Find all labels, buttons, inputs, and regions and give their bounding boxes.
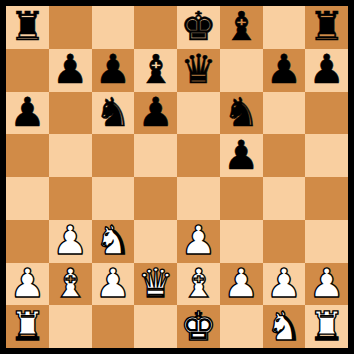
square-b6[interactable] — [49, 92, 92, 135]
square-f2[interactable]: ♟ — [220, 263, 263, 306]
square-h8[interactable]: ♜ — [305, 6, 348, 49]
square-c7[interactable]: ♟ — [92, 49, 135, 92]
square-g4[interactable] — [263, 177, 306, 220]
square-d7[interactable]: ♝ — [134, 49, 177, 92]
square-g2[interactable]: ♟ — [263, 263, 306, 306]
piece-black-pawn[interactable]: ♟ — [309, 49, 345, 89]
piece-black-pawn[interactable]: ♟ — [52, 49, 88, 89]
square-a7[interactable] — [6, 49, 49, 92]
square-g6[interactable] — [263, 92, 306, 135]
square-a3[interactable] — [6, 220, 49, 263]
square-h2[interactable]: ♟ — [305, 263, 348, 306]
square-a6[interactable]: ♟ — [6, 92, 49, 135]
square-a8[interactable]: ♜ — [6, 6, 49, 49]
square-b2[interactable]: ♝ — [49, 263, 92, 306]
piece-black-pawn[interactable]: ♟ — [223, 135, 259, 175]
piece-white-king[interactable]: ♚ — [180, 306, 216, 346]
piece-black-king[interactable]: ♚ — [180, 6, 216, 46]
piece-black-pawn[interactable]: ♟ — [266, 49, 302, 89]
square-d6[interactable]: ♟ — [134, 92, 177, 135]
square-h6[interactable] — [305, 92, 348, 135]
square-b8[interactable] — [49, 6, 92, 49]
piece-white-knight[interactable]: ♞ — [266, 306, 302, 346]
square-e3[interactable]: ♟ — [177, 220, 220, 263]
square-g8[interactable] — [263, 6, 306, 49]
square-d3[interactable] — [134, 220, 177, 263]
square-f1[interactable] — [220, 305, 263, 348]
square-h5[interactable] — [305, 134, 348, 177]
square-b1[interactable] — [49, 305, 92, 348]
square-h1[interactable]: ♜ — [305, 305, 348, 348]
board-frame: ♜♚♝♜♟♟♝♛♟♟♟♞♟♞♟♟♞♟♟♝♟♛♝♟♟♟♜♚♞♜ — [0, 0, 354, 354]
square-a2[interactable]: ♟ — [6, 263, 49, 306]
piece-black-bishop[interactable]: ♝ — [138, 49, 174, 89]
square-c1[interactable] — [92, 305, 135, 348]
piece-white-pawn[interactable]: ♟ — [309, 263, 345, 303]
square-c5[interactable] — [92, 134, 135, 177]
square-b5[interactable] — [49, 134, 92, 177]
piece-black-queen[interactable]: ♛ — [180, 49, 216, 89]
square-a1[interactable]: ♜ — [6, 305, 49, 348]
square-e5[interactable] — [177, 134, 220, 177]
square-e2[interactable]: ♝ — [177, 263, 220, 306]
square-h7[interactable]: ♟ — [305, 49, 348, 92]
square-c8[interactable] — [92, 6, 135, 49]
piece-black-knight[interactable]: ♞ — [223, 92, 259, 132]
square-b4[interactable] — [49, 177, 92, 220]
square-b3[interactable]: ♟ — [49, 220, 92, 263]
piece-white-bishop[interactable]: ♝ — [52, 263, 88, 303]
piece-white-pawn[interactable]: ♟ — [223, 263, 259, 303]
square-g7[interactable]: ♟ — [263, 49, 306, 92]
piece-white-knight[interactable]: ♞ — [95, 220, 131, 260]
piece-white-pawn[interactable]: ♟ — [95, 263, 131, 303]
square-f3[interactable] — [220, 220, 263, 263]
square-g1[interactable]: ♞ — [263, 305, 306, 348]
square-e8[interactable]: ♚ — [177, 6, 220, 49]
piece-white-pawn[interactable]: ♟ — [266, 263, 302, 303]
square-d4[interactable] — [134, 177, 177, 220]
chess-board: ♜♚♝♜♟♟♝♛♟♟♟♞♟♞♟♟♞♟♟♝♟♛♝♟♟♟♜♚♞♜ — [6, 6, 348, 348]
square-g5[interactable] — [263, 134, 306, 177]
square-e6[interactable] — [177, 92, 220, 135]
square-f5[interactable]: ♟ — [220, 134, 263, 177]
square-a4[interactable] — [6, 177, 49, 220]
piece-white-queen[interactable]: ♛ — [138, 263, 174, 303]
square-c2[interactable]: ♟ — [92, 263, 135, 306]
square-h4[interactable] — [305, 177, 348, 220]
piece-black-rook[interactable]: ♜ — [9, 6, 45, 46]
square-e1[interactable]: ♚ — [177, 305, 220, 348]
square-f7[interactable] — [220, 49, 263, 92]
square-f8[interactable]: ♝ — [220, 6, 263, 49]
piece-white-pawn[interactable]: ♟ — [180, 220, 216, 260]
square-f6[interactable]: ♞ — [220, 92, 263, 135]
square-d5[interactable] — [134, 134, 177, 177]
piece-white-bishop[interactable]: ♝ — [180, 263, 216, 303]
square-c4[interactable] — [92, 177, 135, 220]
square-a5[interactable] — [6, 134, 49, 177]
square-c3[interactable]: ♞ — [92, 220, 135, 263]
square-g3[interactable] — [263, 220, 306, 263]
square-b7[interactable]: ♟ — [49, 49, 92, 92]
square-c6[interactable]: ♞ — [92, 92, 135, 135]
piece-black-bishop[interactable]: ♝ — [223, 6, 259, 46]
square-d2[interactable]: ♛ — [134, 263, 177, 306]
piece-white-rook[interactable]: ♜ — [9, 306, 45, 346]
square-e4[interactable] — [177, 177, 220, 220]
piece-black-pawn[interactable]: ♟ — [95, 49, 131, 89]
square-h3[interactable] — [305, 220, 348, 263]
square-e7[interactable]: ♛ — [177, 49, 220, 92]
square-d8[interactable] — [134, 6, 177, 49]
piece-white-pawn[interactable]: ♟ — [9, 263, 45, 303]
piece-black-knight[interactable]: ♞ — [95, 92, 131, 132]
piece-black-pawn[interactable]: ♟ — [9, 92, 45, 132]
piece-black-rook[interactable]: ♜ — [309, 6, 345, 46]
square-f4[interactable] — [220, 177, 263, 220]
piece-black-pawn[interactable]: ♟ — [138, 92, 174, 132]
piece-white-rook[interactable]: ♜ — [309, 306, 345, 346]
piece-white-pawn[interactable]: ♟ — [52, 220, 88, 260]
square-d1[interactable] — [134, 305, 177, 348]
